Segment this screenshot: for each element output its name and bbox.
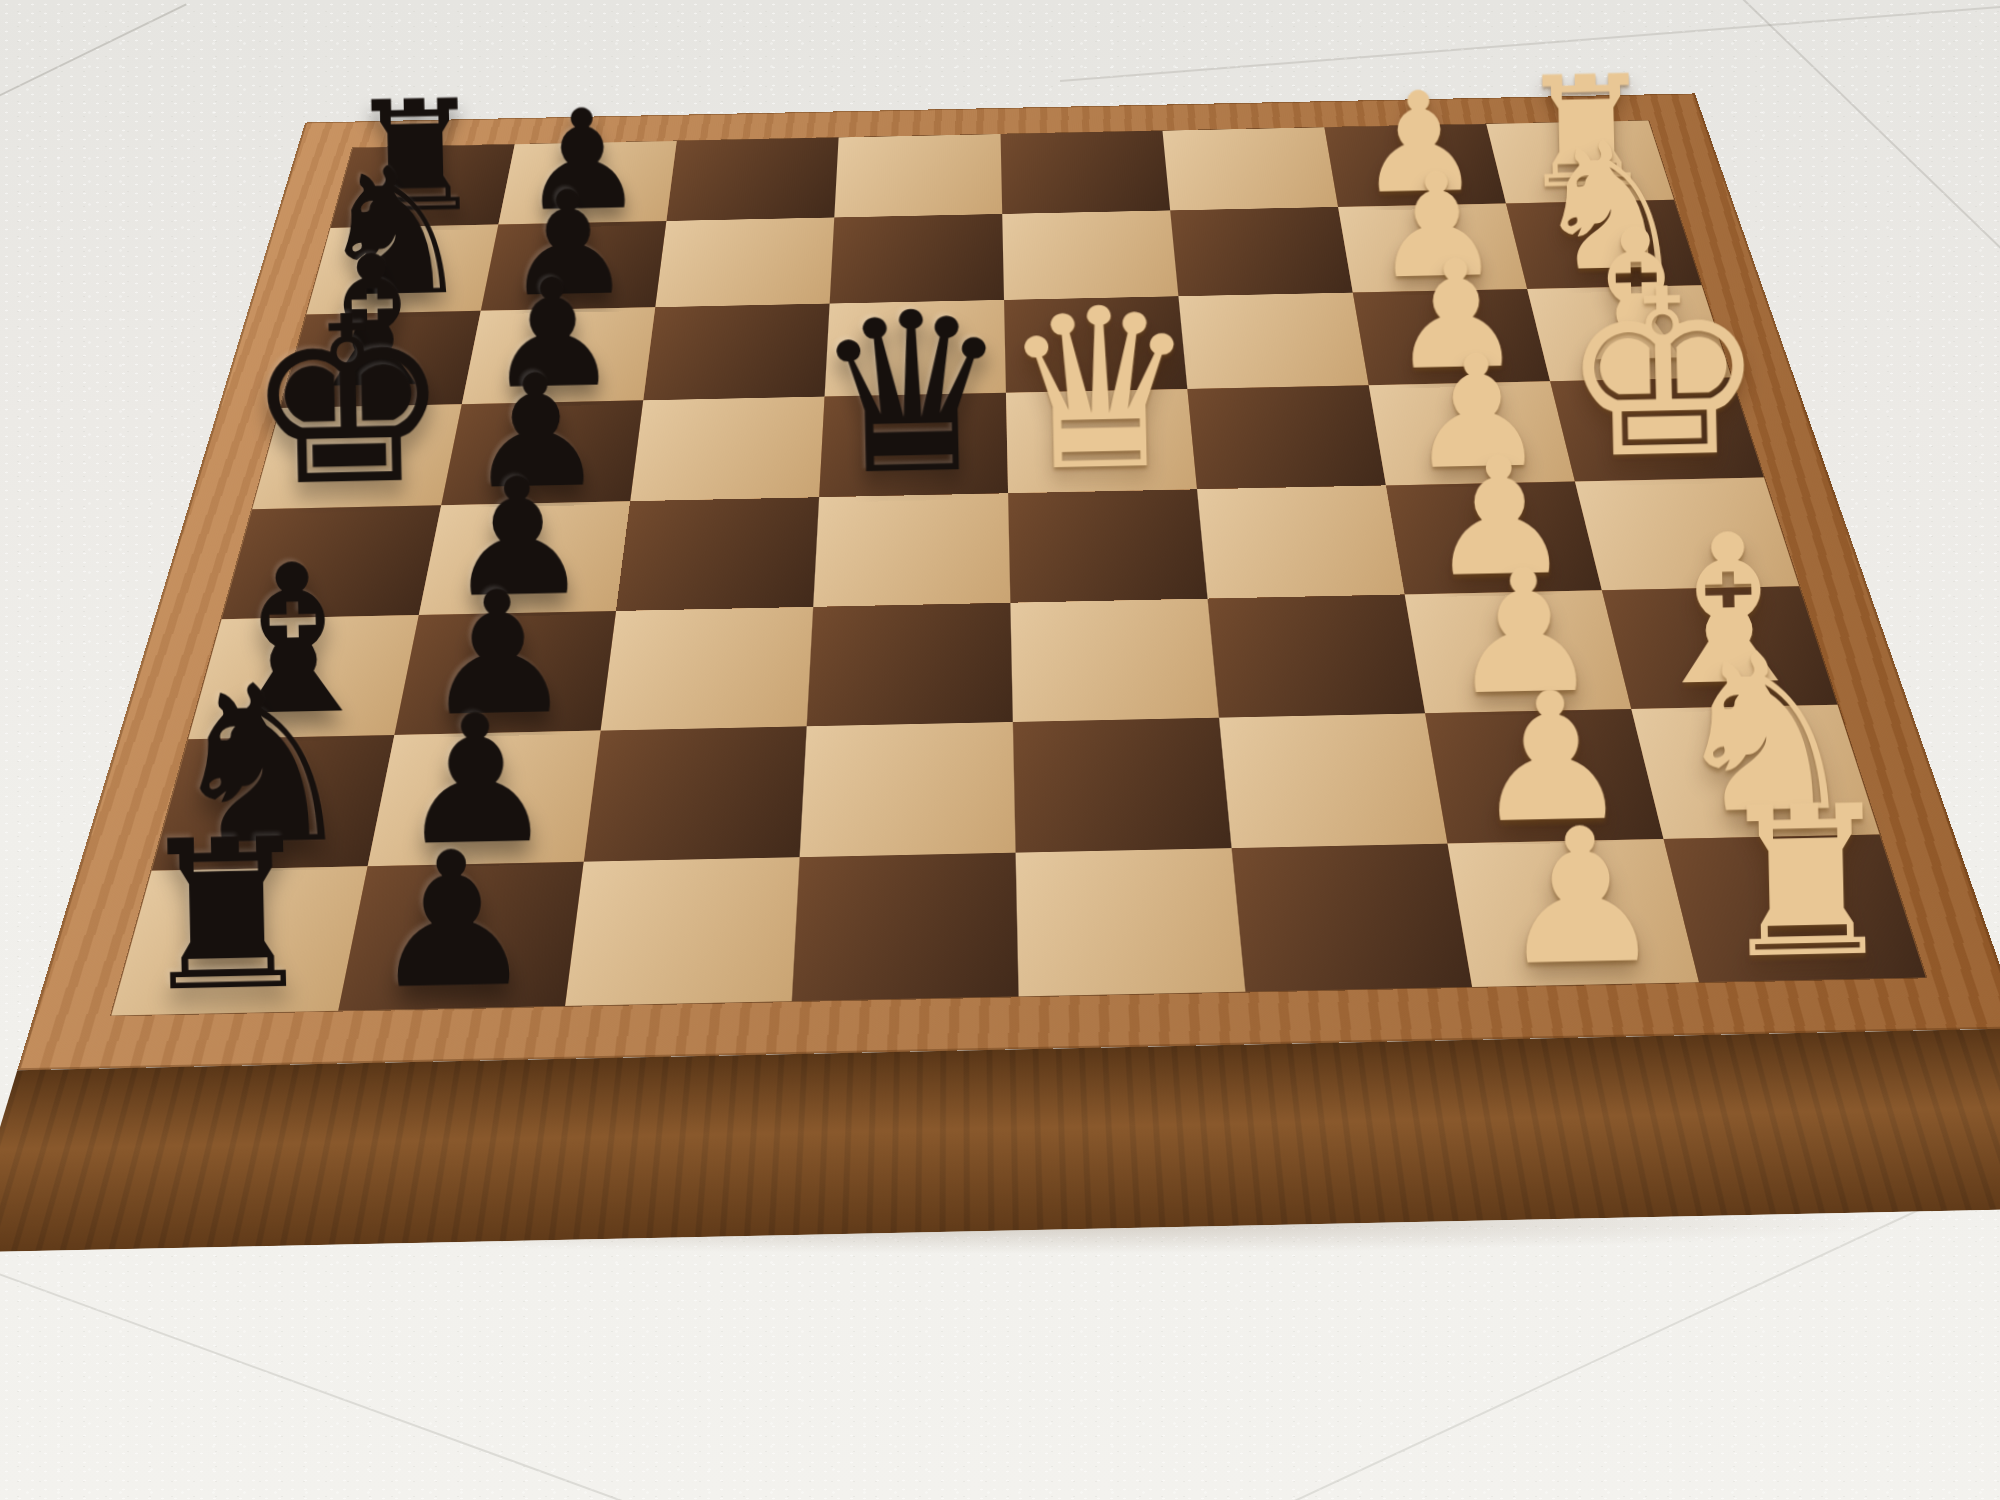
- square-g4: [1002, 210, 1178, 299]
- square-h3: [1162, 127, 1338, 210]
- square-b2: ♟: [1425, 709, 1663, 844]
- square-h4: [1001, 131, 1171, 214]
- square-a5: [792, 853, 1019, 1002]
- photo-scene: { "game": "chess", "position": { "fen": …: [0, 0, 2000, 1500]
- square-e4: ♛: [1006, 389, 1197, 493]
- square-b4: [1013, 718, 1232, 853]
- square-d5: [813, 493, 1010, 606]
- square-h1: ♜: [1486, 121, 1674, 204]
- wooden-chess-board: ♜♟♟♜♞♟♟♞♝♟♟♝♚♟♛♛♟♚♟♟♝♟♟♝♞♟♟♞♜♟♟♜: [17, 93, 2000, 1070]
- square-g1: ♞: [1506, 200, 1702, 289]
- square-c7: ♟: [394, 611, 616, 735]
- square-e5: ♛: [819, 393, 1008, 498]
- square-b1: ♞: [1631, 705, 1879, 839]
- square-d4: [1008, 489, 1207, 602]
- square-g3: [1170, 207, 1353, 296]
- square-f8: ♝: [280, 311, 480, 408]
- square-e8: ♚: [252, 404, 462, 509]
- square-b3: [1219, 713, 1448, 848]
- square-e7: ♟: [441, 400, 643, 505]
- square-c8: ♝: [188, 615, 419, 739]
- square-d3: [1197, 485, 1405, 598]
- square-f7: ♟: [462, 307, 655, 404]
- square-a4: [1016, 848, 1246, 996]
- square-b8: ♞: [152, 735, 395, 871]
- square-h8: ♜: [330, 144, 514, 228]
- square-e1: ♚: [1550, 378, 1764, 482]
- square-c1: ♝: [1602, 586, 1838, 709]
- square-c2: ♟: [1405, 590, 1632, 713]
- square-g5: [830, 214, 1004, 304]
- square-a7: ♟: [338, 862, 583, 1011]
- square-c4: [1010, 599, 1219, 722]
- square-d7: ♟: [419, 501, 630, 615]
- square-g7: ♟: [481, 221, 667, 311]
- square-a8: ♜: [111, 866, 367, 1015]
- board-frame: ♜♟♟♜♞♟♟♞♝♟♟♝♚♟♛♛♟♚♟♟♝♟♟♝♞♟♟♞♜♟♟♜: [17, 93, 2000, 1070]
- square-e2: ♟: [1369, 381, 1575, 485]
- square-d6: [616, 497, 819, 611]
- square-g8: ♞: [306, 224, 498, 314]
- square-f1: ♝: [1527, 285, 1731, 381]
- chess-board-grid: ♜♟♟♜♞♟♟♞♝♟♟♝♚♟♛♛♟♚♟♟♝♟♟♝♞♟♟♞♜♟♟♜: [111, 121, 1925, 1016]
- square-b6: [584, 726, 807, 861]
- square-h5: [834, 134, 1002, 217]
- square-e6: [630, 397, 824, 502]
- square-a2: ♟: [1448, 839, 1699, 987]
- square-f6: [643, 304, 829, 401]
- square-h7: ♟: [498, 141, 676, 225]
- square-a3: [1232, 844, 1473, 992]
- square-b7: ♟: [368, 731, 601, 867]
- square-h2: ♟: [1324, 124, 1506, 207]
- square-c6: [601, 607, 814, 731]
- square-a1: ♜: [1664, 835, 1926, 983]
- square-f3: [1178, 293, 1368, 389]
- square-c3: [1208, 594, 1426, 717]
- square-e3: [1187, 385, 1386, 489]
- square-f5: [825, 300, 1006, 397]
- square-c5: [807, 603, 1013, 727]
- square-d8: [222, 505, 442, 619]
- square-d2: ♟: [1386, 481, 1602, 594]
- square-b5: [800, 722, 1016, 857]
- square-h6: [666, 138, 838, 221]
- square-d1: [1575, 477, 1799, 590]
- square-f4: [1004, 296, 1187, 392]
- square-g6: [655, 217, 834, 307]
- square-g2: ♟: [1338, 203, 1527, 292]
- square-a6: [565, 857, 800, 1006]
- square-f2: ♟: [1353, 289, 1550, 385]
